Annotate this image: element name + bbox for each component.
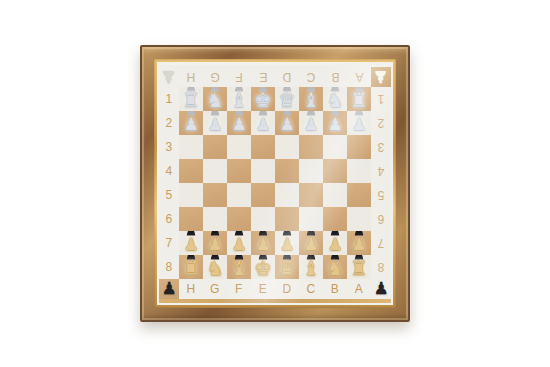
chess-piece-f7[interactable]: ♟: [231, 236, 246, 253]
frame-inner-gold-lip: ♟HGFEDCBA♟1♜♞♝♚♛♝♞♜12♟♟♟♟♟♟♟♟2334455667♟…: [154, 59, 396, 308]
rank-label-left-8: 8: [159, 255, 179, 279]
bottom-gold-strip: [159, 299, 391, 303]
chess-piece-g1[interactable]: ♞: [206, 90, 224, 110]
square-a7[interactable]: ♟: [347, 231, 371, 255]
file-label-text: F: [235, 70, 243, 84]
square-b1[interactable]: ♞: [323, 87, 347, 111]
square-a3[interactable]: [347, 135, 371, 159]
file-label-top-a: A: [347, 67, 371, 87]
file-label-bottom-f: F: [227, 279, 251, 299]
square-g4[interactable]: [203, 159, 227, 183]
file-label-top-c: C: [299, 67, 323, 87]
square-b8[interactable]: ♞: [323, 255, 347, 279]
rank-label-right-8: 8: [371, 255, 391, 279]
square-a4[interactable]: [347, 159, 371, 183]
pawn-silhouette-icon: ♟: [161, 280, 176, 297]
chess-piece-g2[interactable]: ♟: [207, 116, 222, 133]
square-c5[interactable]: [299, 183, 323, 207]
rank-label-right-5: 5: [371, 183, 391, 207]
chess-piece-b8[interactable]: ♞: [326, 258, 344, 278]
rank-label-text: 8: [377, 260, 384, 274]
chess-piece-a8[interactable]: ♜: [350, 258, 368, 278]
square-g7[interactable]: ♟: [203, 231, 227, 255]
chess-piece-b1[interactable]: ♞: [326, 90, 344, 110]
square-e7[interactable]: ♟: [251, 231, 275, 255]
file-label-text: D: [282, 70, 291, 84]
chess-piece-d7[interactable]: ♟: [279, 236, 294, 253]
rank-label-left-1: 1: [159, 87, 179, 111]
square-f4[interactable]: [227, 159, 251, 183]
file-label-text: B: [331, 70, 340, 84]
square-h1[interactable]: ♜: [179, 87, 203, 111]
square-h4[interactable]: [179, 159, 203, 183]
square-c2[interactable]: ♟: [299, 111, 323, 135]
rank-label-text: 5: [377, 188, 384, 202]
rank-label-text: 2: [377, 116, 384, 130]
chess-piece-g8[interactable]: ♞: [206, 258, 224, 278]
white-mat: ♟HGFEDCBA♟1♜♞♝♚♛♝♞♜12♟♟♟♟♟♟♟♟2334455667♟…: [157, 62, 393, 305]
square-c1[interactable]: ♝: [299, 87, 323, 111]
square-e6[interactable]: [251, 207, 275, 231]
chess-piece-h1[interactable]: ♜: [182, 90, 200, 110]
chess-piece-h7[interactable]: ♟: [183, 236, 198, 253]
file-label-text: C: [306, 70, 315, 84]
pawn-silhouette-icon: ♟: [161, 68, 176, 85]
file-label-bottom-h: H: [179, 279, 203, 299]
rank-label-right-6: 6: [371, 207, 391, 231]
square-a8[interactable]: ♜: [347, 255, 371, 279]
pawn-silhouette-icon: ♟: [373, 68, 388, 85]
square-h6[interactable]: [179, 207, 203, 231]
chess-piece-h8[interactable]: ♜: [182, 258, 200, 278]
square-e1[interactable]: ♚: [251, 87, 275, 111]
chess-board: ♟HGFEDCBA♟1♜♞♝♚♛♝♞♜12♟♟♟♟♟♟♟♟2334455667♟…: [159, 65, 391, 303]
square-g2[interactable]: ♟: [203, 111, 227, 135]
square-b3[interactable]: [323, 135, 347, 159]
chess-piece-b7[interactable]: ♟: [327, 236, 342, 253]
square-a2[interactable]: ♟: [347, 111, 371, 135]
file-label-top-b: B: [323, 67, 347, 87]
chess-piece-e7[interactable]: ♟: [255, 236, 270, 253]
chess-piece-g7[interactable]: ♟: [207, 236, 222, 253]
square-a6[interactable]: [347, 207, 371, 231]
square-e5[interactable]: [251, 183, 275, 207]
file-label-bottom-g: G: [203, 279, 227, 299]
square-c8[interactable]: ♝: [299, 255, 323, 279]
chess-piece-a1[interactable]: ♜: [350, 90, 368, 110]
chess-piece-b2[interactable]: ♟: [327, 116, 342, 133]
file-label-text: G: [210, 70, 220, 84]
chess-piece-c2[interactable]: ♟: [303, 116, 318, 133]
corner-top-left: ♟: [159, 67, 179, 87]
rank-label-right-1: 1: [371, 87, 391, 111]
square-c3[interactable]: [299, 135, 323, 159]
rank-label-text: 3: [377, 140, 384, 154]
chess-piece-c7[interactable]: ♟: [303, 236, 318, 253]
square-f6[interactable]: [227, 207, 251, 231]
square-b7[interactable]: ♟: [323, 231, 347, 255]
square-g8[interactable]: ♞: [203, 255, 227, 279]
chess-piece-e2[interactable]: ♟: [255, 116, 270, 133]
square-h5[interactable]: [179, 183, 203, 207]
rank-label-left-7: 7: [159, 231, 179, 255]
square-b2[interactable]: ♟: [323, 111, 347, 135]
square-b6[interactable]: [323, 207, 347, 231]
file-label-top-d: D: [275, 67, 299, 87]
rank-label-left-2: 2: [159, 111, 179, 135]
square-d8[interactable]: ♛: [275, 255, 299, 279]
chess-piece-e1[interactable]: ♚: [254, 90, 272, 110]
square-d5[interactable]: [275, 183, 299, 207]
file-label-bottom-d: D: [275, 279, 299, 299]
rank-label-right-2: 2: [371, 111, 391, 135]
square-d4[interactable]: [275, 159, 299, 183]
chess-piece-c1[interactable]: ♝: [302, 90, 320, 110]
corner-bottom-left: ♟: [159, 279, 179, 299]
square-f5[interactable]: [227, 183, 251, 207]
square-f7[interactable]: ♟: [227, 231, 251, 255]
rank-label-left-3: 3: [159, 135, 179, 159]
chess-piece-f8[interactable]: ♝: [230, 258, 248, 278]
file-label-top-e: E: [251, 67, 275, 87]
square-d1[interactable]: ♛: [275, 87, 299, 111]
file-label-top-f: F: [227, 67, 251, 87]
square-f3[interactable]: [227, 135, 251, 159]
square-h8[interactable]: ♜: [179, 255, 203, 279]
chess-piece-f1[interactable]: ♝: [230, 90, 248, 110]
square-a1[interactable]: ♜: [347, 87, 371, 111]
corner-top-right: ♟: [371, 67, 391, 87]
square-a5[interactable]: [347, 183, 371, 207]
square-g1[interactable]: ♞: [203, 87, 227, 111]
file-label-text: E: [259, 70, 268, 84]
square-e2[interactable]: ♟: [251, 111, 275, 135]
file-label-bottom-c: C: [299, 279, 323, 299]
chess-piece-d1[interactable]: ♛: [278, 90, 296, 110]
square-h7[interactable]: ♟: [179, 231, 203, 255]
rank-label-right-3: 3: [371, 135, 391, 159]
chess-piece-d8[interactable]: ♛: [278, 258, 296, 278]
square-e3[interactable]: [251, 135, 275, 159]
square-c6[interactable]: [299, 207, 323, 231]
chess-piece-f2[interactable]: ♟: [231, 116, 246, 133]
square-g6[interactable]: [203, 207, 227, 231]
file-label-text: H: [186, 70, 195, 84]
chess-piece-e8[interactable]: ♚: [254, 258, 272, 278]
file-label-bottom-b: B: [323, 279, 347, 299]
rank-label-text: 1: [377, 92, 384, 106]
square-f2[interactable]: ♟: [227, 111, 251, 135]
corner-bottom-right: ♟: [371, 279, 391, 299]
square-g3[interactable]: [203, 135, 227, 159]
file-label-bottom-e: E: [251, 279, 275, 299]
square-f8[interactable]: ♝: [227, 255, 251, 279]
square-c4[interactable]: [299, 159, 323, 183]
square-b4[interactable]: [323, 159, 347, 183]
rank-label-text: 6: [377, 212, 384, 226]
square-c7[interactable]: ♟: [299, 231, 323, 255]
chess-piece-h2[interactable]: ♟: [183, 116, 198, 133]
chess-piece-c8[interactable]: ♝: [302, 258, 320, 278]
pawn-silhouette-icon: ♟: [373, 280, 388, 297]
picture-frame: ♟HGFEDCBA♟1♜♞♝♚♛♝♞♜12♟♟♟♟♟♟♟♟2334455667♟…: [140, 45, 410, 322]
square-d6[interactable]: [275, 207, 299, 231]
square-h3[interactable]: [179, 135, 203, 159]
product-photo-canvas: ♟HGFEDCBA♟1♜♞♝♚♛♝♞♜12♟♟♟♟♟♟♟♟2334455667♟…: [0, 0, 550, 367]
square-e8[interactable]: ♚: [251, 255, 275, 279]
rank-label-text: 7: [377, 236, 384, 250]
square-d3[interactable]: [275, 135, 299, 159]
rank-label-right-4: 4: [371, 159, 391, 183]
rank-label-left-6: 6: [159, 207, 179, 231]
square-d2[interactable]: ♟: [275, 111, 299, 135]
chess-piece-d2[interactable]: ♟: [279, 116, 294, 133]
square-f1[interactable]: ♝: [227, 87, 251, 111]
chess-piece-a7[interactable]: ♟: [351, 236, 366, 253]
file-label-top-h: H: [179, 67, 203, 87]
square-b5[interactable]: [323, 183, 347, 207]
board-grid: ♟HGFEDCBA♟1♜♞♝♚♛♝♞♜12♟♟♟♟♟♟♟♟2334455667♟…: [159, 67, 391, 299]
square-h2[interactable]: ♟: [179, 111, 203, 135]
rank-label-right-7: 7: [371, 231, 391, 255]
rank-label-left-5: 5: [159, 183, 179, 207]
rank-label-text: 4: [377, 164, 384, 178]
square-e4[interactable]: [251, 159, 275, 183]
file-label-top-g: G: [203, 67, 227, 87]
file-label-bottom-a: A: [347, 279, 371, 299]
square-g5[interactable]: [203, 183, 227, 207]
rank-label-left-4: 4: [159, 159, 179, 183]
file-label-text: A: [355, 70, 364, 84]
square-d7[interactable]: ♟: [275, 231, 299, 255]
chess-piece-a2[interactable]: ♟: [351, 116, 366, 133]
